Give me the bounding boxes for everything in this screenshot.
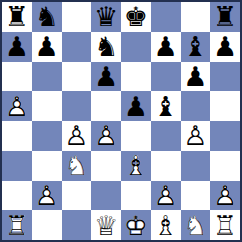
square-h8[interactable]: ♜ — [210, 2, 240, 32]
square-g4[interactable]: ♟♙ — [181, 121, 211, 151]
piece-glyph: ♟ — [91, 62, 121, 92]
square-b2[interactable]: ♟♙ — [32, 181, 62, 211]
white-pawn[interactable]: ♟♙ — [2, 91, 32, 121]
white-knight[interactable]: ♞♘ — [181, 210, 211, 240]
black-rook[interactable]: ♜ — [210, 2, 240, 32]
square-a6[interactable] — [2, 62, 32, 92]
square-d3[interactable] — [91, 151, 121, 181]
piece-glyph: ♟ — [121, 91, 151, 121]
white-bishop[interactable]: ♝♗ — [151, 210, 181, 240]
square-d7[interactable]: ♞ — [91, 32, 121, 62]
square-d2[interactable] — [91, 181, 121, 211]
piece-outline-layer: ♘ — [62, 151, 92, 181]
square-h4[interactable] — [210, 121, 240, 151]
square-f1[interactable]: ♝♗ — [151, 210, 181, 240]
square-e6[interactable] — [121, 62, 151, 92]
piece-glyph: ♟ — [151, 32, 181, 62]
square-e5[interactable]: ♟ — [121, 91, 151, 121]
square-h1[interactable]: ♜♖ — [210, 210, 240, 240]
square-g8[interactable] — [181, 2, 211, 32]
piece-outline-layer: ♗ — [121, 151, 151, 181]
square-f4[interactable] — [151, 121, 181, 151]
square-g5[interactable] — [181, 91, 211, 121]
white-pawn[interactable]: ♟♙ — [91, 121, 121, 151]
piece-glyph: ♝ — [151, 91, 181, 121]
piece-outline-layer: ♙ — [151, 181, 181, 211]
square-f6[interactable] — [151, 62, 181, 92]
piece-outline-layer: ♙ — [32, 181, 62, 211]
square-e8[interactable]: ♚ — [121, 2, 151, 32]
square-f2[interactable]: ♟♙ — [151, 181, 181, 211]
square-d4[interactable]: ♟♙ — [91, 121, 121, 151]
piece-glyph: ♜ — [2, 2, 32, 32]
square-h2[interactable]: ♟♙ — [210, 181, 240, 211]
white-pawn[interactable]: ♟♙ — [62, 121, 92, 151]
square-d1[interactable]: ♛♕ — [91, 210, 121, 240]
black-pawn[interactable]: ♟ — [121, 91, 151, 121]
black-bishop[interactable]: ♝ — [181, 32, 211, 62]
square-a4[interactable] — [2, 121, 32, 151]
square-e3[interactable]: ♝♗ — [121, 151, 151, 181]
square-c6[interactable] — [62, 62, 92, 92]
white-pawn[interactable]: ♟♙ — [181, 121, 211, 151]
piece-outline-layer: ♔ — [121, 210, 151, 240]
square-c3[interactable]: ♞♘ — [62, 151, 92, 181]
square-b4[interactable] — [32, 121, 62, 151]
black-bishop[interactable]: ♝ — [151, 91, 181, 121]
black-rook[interactable]: ♜ — [2, 2, 32, 32]
square-h3[interactable] — [210, 151, 240, 181]
square-c8[interactable] — [62, 2, 92, 32]
chess-board: ♜♞♛♚♜♟♟♞♟♝♟♟♟♟♙♟♝♟♙♟♙♟♙♞♘♝♗♟♙♟♙♟♙♜♖♛♕♚♔♝… — [0, 0, 242, 242]
square-a1[interactable]: ♜♖ — [2, 210, 32, 240]
black-pawn[interactable]: ♟ — [151, 32, 181, 62]
piece-glyph: ♟ — [2, 32, 32, 62]
black-pawn[interactable]: ♟ — [2, 32, 32, 62]
square-f5[interactable]: ♝ — [151, 91, 181, 121]
square-e2[interactable] — [121, 181, 151, 211]
black-knight[interactable]: ♞ — [32, 2, 62, 32]
square-a3[interactable] — [2, 151, 32, 181]
piece-glyph: ♝ — [181, 32, 211, 62]
black-queen[interactable]: ♛ — [91, 2, 121, 32]
piece-glyph: ♚ — [121, 2, 151, 32]
square-e1[interactable]: ♚♔ — [121, 210, 151, 240]
square-d6[interactable]: ♟ — [91, 62, 121, 92]
square-a8[interactable]: ♜ — [2, 2, 32, 32]
piece-glyph: ♞ — [32, 2, 62, 32]
square-a2[interactable] — [2, 181, 32, 211]
piece-outline-layer: ♘ — [181, 210, 211, 240]
piece-outline-layer: ♕ — [91, 210, 121, 240]
square-g3[interactable] — [181, 151, 211, 181]
white-rook[interactable]: ♜♖ — [210, 210, 240, 240]
white-bishop[interactable]: ♝♗ — [121, 151, 151, 181]
piece-glyph: ♟ — [210, 32, 240, 62]
square-g7[interactable]: ♝ — [181, 32, 211, 62]
square-c4[interactable]: ♟♙ — [62, 121, 92, 151]
piece-glyph: ♞ — [91, 32, 121, 62]
square-b6[interactable] — [32, 62, 62, 92]
square-c7[interactable] — [62, 32, 92, 62]
white-pawn[interactable]: ♟♙ — [151, 181, 181, 211]
square-e4[interactable] — [121, 121, 151, 151]
piece-glyph: ♟ — [32, 32, 62, 62]
square-c2[interactable] — [62, 181, 92, 211]
square-e7[interactable] — [121, 32, 151, 62]
square-g6[interactable]: ♟ — [181, 62, 211, 92]
black-pawn[interactable]: ♟ — [91, 62, 121, 92]
black-king[interactable]: ♚ — [121, 2, 151, 32]
piece-glyph: ♛ — [91, 2, 121, 32]
black-knight[interactable]: ♞ — [91, 32, 121, 62]
piece-outline-layer: ♖ — [2, 210, 32, 240]
square-f8[interactable] — [151, 2, 181, 32]
white-knight[interactable]: ♞♘ — [62, 151, 92, 181]
square-g1[interactable]: ♞♘ — [181, 210, 211, 240]
piece-outline-layer: ♙ — [62, 121, 92, 151]
square-a7[interactable]: ♟ — [2, 32, 32, 62]
square-d8[interactable]: ♛ — [91, 2, 121, 32]
square-b7[interactable]: ♟ — [32, 32, 62, 62]
square-b8[interactable]: ♞ — [32, 2, 62, 32]
square-c1[interactable] — [62, 210, 92, 240]
black-pawn[interactable]: ♟ — [181, 62, 211, 92]
white-pawn[interactable]: ♟♙ — [32, 181, 62, 211]
white-queen[interactable]: ♛♕ — [91, 210, 121, 240]
piece-outline-layer: ♙ — [91, 121, 121, 151]
black-pawn[interactable]: ♟ — [210, 32, 240, 62]
square-f3[interactable] — [151, 151, 181, 181]
square-h5[interactable] — [210, 91, 240, 121]
square-g2[interactable] — [181, 181, 211, 211]
black-pawn[interactable]: ♟ — [32, 32, 62, 62]
piece-outline-layer: ♗ — [151, 210, 181, 240]
piece-glyph: ♟ — [181, 62, 211, 92]
piece-outline-layer: ♙ — [210, 181, 240, 211]
square-c5[interactable] — [62, 91, 92, 121]
piece-glyph: ♜ — [210, 2, 240, 32]
white-king[interactable]: ♚♔ — [121, 210, 151, 240]
square-b3[interactable] — [32, 151, 62, 181]
piece-outline-layer: ♙ — [181, 121, 211, 151]
white-rook[interactable]: ♜♖ — [2, 210, 32, 240]
square-b1[interactable] — [32, 210, 62, 240]
white-pawn[interactable]: ♟♙ — [210, 181, 240, 211]
square-h6[interactable] — [210, 62, 240, 92]
square-d5[interactable] — [91, 91, 121, 121]
square-h7[interactable]: ♟ — [210, 32, 240, 62]
piece-outline-layer: ♖ — [210, 210, 240, 240]
square-f7[interactable]: ♟ — [151, 32, 181, 62]
piece-outline-layer: ♙ — [2, 91, 32, 121]
square-a5[interactable]: ♟♙ — [2, 91, 32, 121]
square-b5[interactable] — [32, 91, 62, 121]
